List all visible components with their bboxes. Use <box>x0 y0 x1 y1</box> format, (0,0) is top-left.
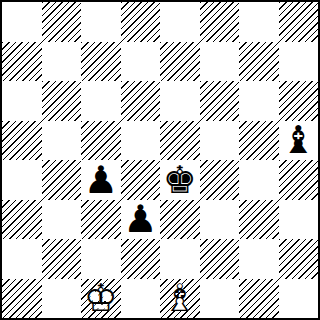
black-pawn-piece: ♟ <box>121 200 161 240</box>
square-d6[interactable] <box>121 81 161 121</box>
square-g7[interactable] <box>239 42 279 82</box>
square-c4[interactable]: ♟ <box>81 160 121 200</box>
square-a6[interactable] <box>2 81 42 121</box>
square-a3[interactable] <box>2 200 42 240</box>
square-g2[interactable] <box>239 239 279 279</box>
square-c7[interactable] <box>81 42 121 82</box>
square-a4[interactable] <box>2 160 42 200</box>
square-g1[interactable] <box>239 279 279 319</box>
square-h3[interactable] <box>279 200 319 240</box>
square-e7[interactable] <box>160 42 200 82</box>
square-h2[interactable] <box>279 239 319 279</box>
square-b4[interactable] <box>42 160 82 200</box>
square-g6[interactable] <box>239 81 279 121</box>
square-a1[interactable] <box>2 279 42 319</box>
square-a8[interactable] <box>2 2 42 42</box>
square-g5[interactable] <box>239 121 279 161</box>
square-h8[interactable] <box>279 2 319 42</box>
black-bishop-piece: ♝ <box>279 121 319 161</box>
square-a5[interactable] <box>2 121 42 161</box>
square-f7[interactable] <box>200 42 240 82</box>
square-f8[interactable] <box>200 2 240 42</box>
square-e6[interactable] <box>160 81 200 121</box>
square-e5[interactable] <box>160 121 200 161</box>
white-king-piece: ♔ <box>81 279 121 319</box>
square-d2[interactable] <box>121 239 161 279</box>
square-h6[interactable] <box>279 81 319 121</box>
square-g4[interactable] <box>239 160 279 200</box>
white-bishop-piece: ♗ <box>160 279 200 319</box>
square-b5[interactable] <box>42 121 82 161</box>
square-f2[interactable] <box>200 239 240 279</box>
square-d1[interactable] <box>121 279 161 319</box>
square-e8[interactable] <box>160 2 200 42</box>
square-f3[interactable] <box>200 200 240 240</box>
chess-board: ♝♟♚♟♚♔♝♗ <box>0 0 320 320</box>
square-g8[interactable] <box>239 2 279 42</box>
square-e4[interactable]: ♚ <box>160 160 200 200</box>
square-c2[interactable] <box>81 239 121 279</box>
square-c8[interactable] <box>81 2 121 42</box>
square-a2[interactable] <box>2 239 42 279</box>
square-f6[interactable] <box>200 81 240 121</box>
square-h5[interactable]: ♝ <box>279 121 319 161</box>
square-a7[interactable] <box>2 42 42 82</box>
square-b7[interactable] <box>42 42 82 82</box>
square-c1[interactable]: ♚♔ <box>81 279 121 319</box>
square-b6[interactable] <box>42 81 82 121</box>
square-b3[interactable] <box>42 200 82 240</box>
white-king-fill: ♚ <box>81 279 121 319</box>
square-d5[interactable] <box>121 121 161 161</box>
square-f4[interactable] <box>200 160 240 200</box>
square-c5[interactable] <box>81 121 121 161</box>
black-king-piece: ♚ <box>160 160 200 200</box>
square-f5[interactable] <box>200 121 240 161</box>
square-d7[interactable] <box>121 42 161 82</box>
square-d4[interactable] <box>121 160 161 200</box>
black-pawn-piece: ♟ <box>81 160 121 200</box>
square-h7[interactable] <box>279 42 319 82</box>
square-c6[interactable] <box>81 81 121 121</box>
white-bishop-fill: ♝ <box>160 279 200 319</box>
square-b1[interactable] <box>42 279 82 319</box>
square-e1[interactable]: ♝♗ <box>160 279 200 319</box>
square-h1[interactable] <box>279 279 319 319</box>
square-e2[interactable] <box>160 239 200 279</box>
square-d3[interactable]: ♟ <box>121 200 161 240</box>
square-h4[interactable] <box>279 160 319 200</box>
square-b8[interactable] <box>42 2 82 42</box>
square-b2[interactable] <box>42 239 82 279</box>
square-f1[interactable] <box>200 279 240 319</box>
square-d8[interactable] <box>121 2 161 42</box>
square-g3[interactable] <box>239 200 279 240</box>
square-e3[interactable] <box>160 200 200 240</box>
square-c3[interactable] <box>81 200 121 240</box>
